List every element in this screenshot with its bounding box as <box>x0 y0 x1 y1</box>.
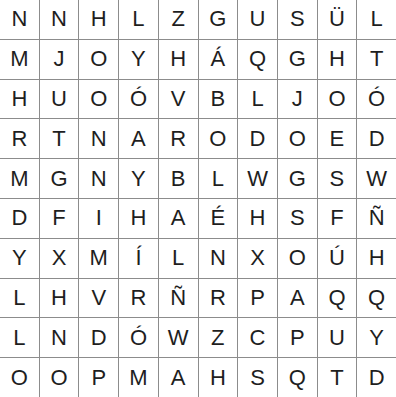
grid-cell[interactable]: D <box>238 119 277 158</box>
grid-cell[interactable]: Ü <box>318 0 357 39</box>
grid-cell[interactable]: H <box>199 358 238 397</box>
grid-cell[interactable]: R <box>0 119 39 158</box>
grid-cell[interactable]: É <box>199 199 238 238</box>
grid-cell[interactable]: O <box>79 80 118 119</box>
grid-cell[interactable]: D <box>79 318 118 357</box>
grid-cell[interactable]: L <box>199 159 238 198</box>
grid-cell[interactable]: A <box>159 199 198 238</box>
grid-cell[interactable]: G <box>40 159 79 198</box>
grid-cell[interactable]: Ó <box>119 80 158 119</box>
grid-cell[interactable]: T <box>357 40 396 79</box>
grid-cell[interactable]: O <box>0 358 39 397</box>
grid-cell[interactable]: S <box>318 159 357 198</box>
grid-cell[interactable]: E <box>318 119 357 158</box>
grid-cell[interactable]: H <box>0 80 39 119</box>
grid-cell[interactable]: L <box>119 0 158 39</box>
grid-cell[interactable]: M <box>119 358 158 397</box>
word-search-grid: NNHLZGUSÜLMJOYHÁQGHTHUOÓVBLJOÓRTNARODOED… <box>0 0 396 397</box>
grid-cell[interactable]: B <box>199 80 238 119</box>
grid-cell[interactable]: G <box>278 40 317 79</box>
grid-cell[interactable]: Ó <box>119 318 158 357</box>
grid-cell[interactable]: P <box>238 279 277 318</box>
grid-cell[interactable]: M <box>0 159 39 198</box>
grid-cell[interactable]: S <box>278 199 317 238</box>
grid-cell[interactable]: P <box>79 358 118 397</box>
grid-cell[interactable]: N <box>79 119 118 158</box>
grid-cell[interactable]: U <box>318 318 357 357</box>
grid-cell[interactable]: W <box>357 159 396 198</box>
grid-cell[interactable]: I <box>79 199 118 238</box>
grid-cell[interactable]: Y <box>0 239 39 278</box>
grid-cell[interactable]: O <box>79 40 118 79</box>
grid-cell[interactable]: N <box>199 239 238 278</box>
grid-cell[interactable]: L <box>357 0 396 39</box>
grid-cell[interactable]: O <box>318 80 357 119</box>
grid-cell[interactable]: Z <box>199 318 238 357</box>
grid-cell[interactable]: Y <box>119 40 158 79</box>
grid-cell[interactable]: Ñ <box>159 279 198 318</box>
grid-cell[interactable]: M <box>79 239 118 278</box>
grid-cell[interactable]: Q <box>357 279 396 318</box>
grid-cell[interactable]: S <box>238 358 277 397</box>
grid-cell[interactable]: H <box>357 239 396 278</box>
grid-cell[interactable]: L <box>238 80 277 119</box>
grid-cell[interactable]: G <box>199 0 238 39</box>
grid-cell[interactable]: H <box>119 199 158 238</box>
grid-cell[interactable]: J <box>40 40 79 79</box>
grid-cell[interactable]: M <box>0 40 39 79</box>
grid-cell[interactable]: V <box>79 279 118 318</box>
grid-cell[interactable]: W <box>238 159 277 198</box>
grid-cell[interactable]: D <box>357 358 396 397</box>
grid-cell[interactable]: Q <box>238 40 277 79</box>
grid-cell[interactable]: Q <box>318 279 357 318</box>
grid-cell[interactable]: Á <box>199 40 238 79</box>
grid-cell[interactable]: Y <box>357 318 396 357</box>
grid-cell[interactable]: O <box>40 358 79 397</box>
grid-cell[interactable]: L <box>159 239 198 278</box>
grid-cell[interactable]: P <box>278 318 317 357</box>
grid-cell[interactable]: Í <box>119 239 158 278</box>
grid-cell[interactable]: B <box>159 159 198 198</box>
grid-cell[interactable]: W <box>159 318 198 357</box>
grid-cell[interactable]: H <box>238 199 277 238</box>
grid-cell[interactable]: U <box>40 80 79 119</box>
grid-cell[interactable]: C <box>238 318 277 357</box>
grid-cell[interactable]: F <box>40 199 79 238</box>
grid-cell[interactable]: N <box>79 159 118 198</box>
grid-cell[interactable]: R <box>159 119 198 158</box>
grid-cell[interactable]: A <box>159 358 198 397</box>
grid-cell[interactable]: D <box>0 199 39 238</box>
grid-cell[interactable]: Ñ <box>357 199 396 238</box>
grid-cell[interactable]: A <box>119 119 158 158</box>
grid-cell[interactable]: Ó <box>357 80 396 119</box>
grid-cell[interactable]: X <box>40 239 79 278</box>
grid-cell[interactable]: J <box>278 80 317 119</box>
grid-cell[interactable]: H <box>40 279 79 318</box>
grid-cell[interactable]: R <box>119 279 158 318</box>
grid-cell[interactable]: A <box>278 279 317 318</box>
grid-cell[interactable]: T <box>40 119 79 158</box>
grid-cell[interactable]: L <box>0 318 39 357</box>
grid-cell[interactable]: O <box>278 119 317 158</box>
grid-cell[interactable]: Ú <box>318 239 357 278</box>
grid-cell[interactable]: N <box>0 0 39 39</box>
grid-cell[interactable]: V <box>159 80 198 119</box>
grid-cell[interactable]: G <box>278 159 317 198</box>
grid-cell[interactable]: R <box>199 279 238 318</box>
grid-cell[interactable]: Q <box>278 358 317 397</box>
grid-cell[interactable]: T <box>318 358 357 397</box>
grid-cell[interactable]: O <box>278 239 317 278</box>
grid-cell[interactable]: N <box>40 0 79 39</box>
grid-cell[interactable]: H <box>318 40 357 79</box>
grid-cell[interactable]: N <box>40 318 79 357</box>
grid-cell[interactable]: F <box>318 199 357 238</box>
grid-cell[interactable]: S <box>278 0 317 39</box>
grid-cell[interactable]: L <box>0 279 39 318</box>
grid-cell[interactable]: H <box>159 40 198 79</box>
grid-cell[interactable]: Y <box>119 159 158 198</box>
grid-cell[interactable]: H <box>79 0 118 39</box>
grid-cell[interactable]: X <box>238 239 277 278</box>
grid-cell[interactable]: O <box>199 119 238 158</box>
grid-cell[interactable]: U <box>238 0 277 39</box>
grid-cell[interactable]: Z <box>159 0 198 39</box>
grid-cell[interactable]: D <box>357 119 396 158</box>
